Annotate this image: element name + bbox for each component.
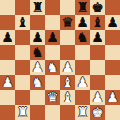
square-d2[interactable]: ♛	[45, 90, 60, 105]
square-d7[interactable]	[45, 15, 60, 30]
square-a1[interactable]	[0, 105, 15, 120]
square-c1[interactable]	[30, 105, 45, 120]
square-h2[interactable]: ♟	[105, 90, 120, 105]
square-d6[interactable]: ♟	[45, 30, 60, 45]
square-h7[interactable]: ♟	[105, 15, 120, 30]
square-b1[interactable]: ♜	[15, 105, 30, 120]
square-b6[interactable]	[15, 30, 30, 45]
white-queen: ♛	[46, 90, 58, 105]
white-pawn: ♟	[61, 60, 73, 75]
white-rook: ♜	[76, 105, 88, 120]
square-e7[interactable]: ♛	[60, 15, 75, 30]
square-g1[interactable]: ♚	[90, 105, 105, 120]
black-bishop: ♝	[91, 15, 103, 30]
square-f5[interactable]	[75, 45, 90, 60]
square-f8[interactable]: ♜	[75, 0, 90, 15]
square-b8[interactable]	[15, 0, 30, 15]
square-d1[interactable]	[45, 105, 60, 120]
square-h8[interactable]	[105, 0, 120, 15]
black-pawn: ♟	[46, 30, 58, 45]
square-f6[interactable]: ♞	[75, 30, 90, 45]
black-pawn: ♟	[91, 30, 103, 45]
square-b5[interactable]	[15, 45, 30, 60]
square-f4[interactable]	[75, 60, 90, 75]
square-f7[interactable]: ♟	[75, 15, 90, 30]
white-bishop: ♝	[61, 75, 73, 90]
square-g2[interactable]: ♟	[90, 90, 105, 105]
square-b3[interactable]	[15, 75, 30, 90]
square-h1[interactable]	[105, 105, 120, 120]
square-c2[interactable]	[30, 90, 45, 105]
white-king: ♚	[91, 105, 103, 120]
black-pawn: ♟	[106, 15, 118, 30]
black-pawn: ♟	[1, 30, 13, 45]
square-d5[interactable]	[45, 45, 60, 60]
black-queen: ♛	[61, 15, 73, 30]
square-h3[interactable]	[105, 75, 120, 90]
black-knight: ♞	[31, 45, 43, 60]
black-pawn: ♟	[31, 30, 43, 45]
square-d4[interactable]: ♞	[45, 60, 60, 75]
square-h6[interactable]	[105, 30, 120, 45]
square-a8[interactable]	[0, 0, 15, 15]
square-h5[interactable]	[105, 45, 120, 60]
square-a7[interactable]	[0, 15, 15, 30]
square-c8[interactable]: ♜	[30, 0, 45, 15]
square-f1[interactable]: ♜	[75, 105, 90, 120]
white-knight: ♞	[46, 60, 58, 75]
square-e5[interactable]	[60, 45, 75, 60]
square-c3[interactable]: ♞	[30, 75, 45, 90]
black-king: ♚	[91, 0, 103, 15]
black-pawn: ♟	[76, 15, 88, 30]
square-a5[interactable]	[0, 45, 15, 60]
square-h4[interactable]	[105, 60, 120, 75]
square-b2[interactable]	[15, 90, 30, 105]
square-a2[interactable]	[0, 90, 15, 105]
square-a4[interactable]	[0, 60, 15, 75]
square-d3[interactable]	[45, 75, 60, 90]
square-c5[interactable]: ♞	[30, 45, 45, 60]
square-e6[interactable]	[60, 30, 75, 45]
white-pawn: ♟	[91, 90, 103, 105]
square-b7[interactable]: ♝	[15, 15, 30, 30]
square-d8[interactable]	[45, 0, 60, 15]
square-b4[interactable]	[15, 60, 30, 75]
square-g8[interactable]: ♚	[90, 0, 105, 15]
square-a3[interactable]: ♟	[0, 75, 15, 90]
white-pawn: ♟	[106, 90, 118, 105]
square-g3[interactable]	[90, 75, 105, 90]
square-g5[interactable]	[90, 45, 105, 60]
white-pawn: ♟	[31, 60, 43, 75]
square-f2[interactable]	[75, 90, 90, 105]
square-e4[interactable]: ♟	[60, 60, 75, 75]
square-f3[interactable]: ♟	[75, 75, 90, 90]
white-pawn: ♟	[1, 75, 13, 90]
square-c7[interactable]	[30, 15, 45, 30]
square-e8[interactable]	[60, 0, 75, 15]
square-g7[interactable]: ♝	[90, 15, 105, 30]
white-knight: ♞	[31, 75, 43, 90]
square-c6[interactable]: ♟	[30, 30, 45, 45]
black-bishop: ♝	[16, 15, 28, 30]
square-e3[interactable]: ♝	[60, 75, 75, 90]
white-bishop: ♝	[61, 90, 73, 105]
square-g6[interactable]: ♟	[90, 30, 105, 45]
square-e1[interactable]	[60, 105, 75, 120]
chess-board: ♜♜♚♝♛♟♝♟♟♟♟♞♟♞♟♞♟♟♞♝♟♛♝♟♟♜♜♚	[0, 0, 120, 120]
square-e2[interactable]: ♝	[60, 90, 75, 105]
black-rook: ♜	[31, 0, 43, 15]
square-a6[interactable]: ♟	[0, 30, 15, 45]
black-rook: ♜	[76, 0, 88, 15]
white-rook: ♜	[16, 105, 28, 120]
white-pawn: ♟	[76, 75, 88, 90]
black-knight: ♞	[76, 30, 88, 45]
square-g4[interactable]	[90, 60, 105, 75]
square-c4[interactable]: ♟	[30, 60, 45, 75]
